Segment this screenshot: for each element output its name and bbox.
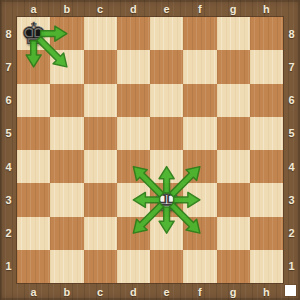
square-d5[interactable] [117,117,150,150]
square-b7[interactable] [50,50,83,83]
rank-label-6: 6 [283,84,300,117]
square-f5[interactable] [183,117,216,150]
file-label-b: b [50,0,83,17]
square-c4[interactable] [84,150,117,183]
square-f6[interactable] [183,84,216,117]
file-label-d: d [117,283,150,300]
board-grid [17,17,283,283]
rank-labels-left: 87654321 [0,17,17,283]
square-b4[interactable] [50,150,83,183]
square-d8[interactable] [117,17,150,50]
file-labels-top: abcdefgh [17,0,283,17]
rank-label-8: 8 [283,17,300,50]
file-label-c: c [84,283,117,300]
square-g4[interactable] [217,150,250,183]
rank-labels-right: 87654321 [283,17,300,283]
rank-label-2: 2 [0,217,17,250]
square-e7[interactable] [150,50,183,83]
file-labels-bottom: abcdefgh [17,283,283,300]
square-c2[interactable] [84,217,117,250]
square-b2[interactable] [50,217,83,250]
rank-label-7: 7 [0,50,17,83]
square-f8[interactable] [183,17,216,50]
rank-label-1: 1 [283,250,300,283]
square-f2[interactable] [183,217,216,250]
chess-board[interactable]: ♚♚ [17,17,283,283]
square-g2[interactable] [217,217,250,250]
square-d1[interactable] [117,250,150,283]
square-g3[interactable] [217,183,250,216]
file-label-g: g [217,0,250,17]
rank-label-3: 3 [0,183,17,216]
square-h2[interactable] [250,217,283,250]
square-a4[interactable] [17,150,50,183]
square-c5[interactable] [84,117,117,150]
rank-label-4: 4 [0,150,17,183]
file-label-b: b [50,283,83,300]
square-g8[interactable] [217,17,250,50]
white-to-move-indicator [285,285,296,296]
square-b5[interactable] [50,117,83,150]
square-a3[interactable] [17,183,50,216]
square-b8[interactable] [50,17,83,50]
square-c3[interactable] [84,183,117,216]
file-label-f: f [183,0,216,17]
file-label-f: f [183,283,216,300]
file-label-g: g [217,283,250,300]
square-f1[interactable] [183,250,216,283]
square-a2[interactable] [17,217,50,250]
file-label-a: a [17,283,50,300]
square-b3[interactable] [50,183,83,216]
rank-label-8: 8 [0,17,17,50]
square-c1[interactable] [84,250,117,283]
square-c6[interactable] [84,84,117,117]
square-g5[interactable] [217,117,250,150]
square-h7[interactable] [250,50,283,83]
square-h4[interactable] [250,150,283,183]
file-label-d: d [117,0,150,17]
square-h6[interactable] [250,84,283,117]
square-e1[interactable] [150,250,183,283]
rank-label-4: 4 [283,150,300,183]
black-king[interactable]: ♚ [17,17,50,50]
square-f3[interactable] [183,183,216,216]
square-f4[interactable] [183,150,216,183]
square-d6[interactable] [117,84,150,117]
rank-label-7: 7 [283,50,300,83]
file-label-e: e [150,283,183,300]
square-c7[interactable] [84,50,117,83]
file-label-e: e [150,0,183,17]
square-e2[interactable] [150,217,183,250]
file-label-c: c [84,0,117,17]
square-b1[interactable] [50,250,83,283]
square-h1[interactable] [250,250,283,283]
square-d3[interactable] [117,183,150,216]
square-e4[interactable] [150,150,183,183]
rank-label-1: 1 [0,250,17,283]
rank-label-6: 6 [0,84,17,117]
square-a6[interactable] [17,84,50,117]
square-a1[interactable] [17,250,50,283]
file-label-a: a [17,0,50,17]
rank-label-5: 5 [283,117,300,150]
rank-label-5: 5 [0,117,17,150]
square-a5[interactable] [17,117,50,150]
square-d2[interactable] [117,217,150,250]
square-f7[interactable] [183,50,216,83]
rank-label-2: 2 [283,217,300,250]
square-d7[interactable] [117,50,150,83]
square-d4[interactable] [117,150,150,183]
chess-board-widget: abcdefgh abcdefgh 87654321 87654321 ♚♚ [0,0,300,300]
square-c8[interactable] [84,17,117,50]
square-a7[interactable] [17,50,50,83]
white-king[interactable]: ♚ [150,183,183,216]
square-e8[interactable] [150,17,183,50]
square-h5[interactable] [250,117,283,150]
rank-label-3: 3 [283,183,300,216]
file-label-h: h [250,283,283,300]
square-e6[interactable] [150,84,183,117]
square-h8[interactable] [250,17,283,50]
square-b6[interactable] [50,84,83,117]
square-g6[interactable] [217,84,250,117]
square-g7[interactable] [217,50,250,83]
square-h3[interactable] [250,183,283,216]
file-label-h: h [250,0,283,17]
square-e5[interactable] [150,117,183,150]
square-g1[interactable] [217,250,250,283]
